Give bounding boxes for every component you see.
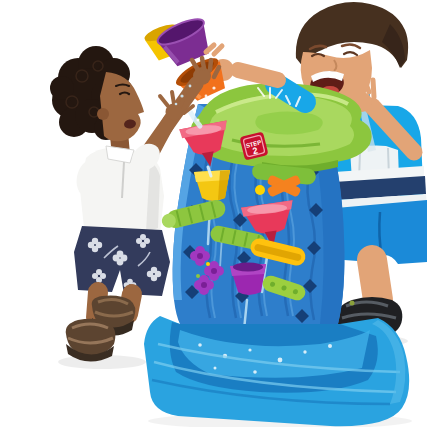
- sandal-accent: [350, 301, 355, 306]
- ear: [97, 108, 109, 120]
- base-basin: [144, 316, 409, 426]
- tray-swirl: [255, 111, 322, 134]
- leg: [372, 260, 378, 300]
- product-photo: STEP 2: [0, 0, 427, 427]
- paddle-knob: [255, 185, 265, 195]
- boy-left-forearm: [238, 70, 278, 80]
